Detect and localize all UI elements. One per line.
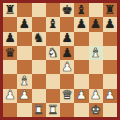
square-g1[interactable]: ♚	[89, 103, 103, 117]
square-e6[interactable]: ♟	[60, 32, 74, 46]
square-d1[interactable]: ♜	[46, 103, 60, 117]
square-a2[interactable]: ♟	[3, 89, 17, 103]
square-h2[interactable]: ♟	[103, 89, 117, 103]
square-d8[interactable]	[46, 3, 60, 17]
white-pawn: ♟	[76, 89, 87, 102]
square-f8[interactable]: ♝	[74, 3, 88, 17]
square-g4[interactable]	[89, 60, 103, 74]
chess-board: ♜♚♝♜♟♝♟♟♟♟♞♟♛♞♟♝♟♝♟♟♛♟♟♟♜♜♚	[3, 3, 117, 117]
square-b4[interactable]	[17, 60, 31, 74]
square-h6[interactable]	[103, 32, 117, 46]
square-d4[interactable]	[46, 60, 60, 74]
square-f2[interactable]: ♟	[74, 89, 88, 103]
white-pawn: ♟	[62, 60, 73, 73]
square-e3[interactable]	[60, 74, 74, 88]
white-rook: ♜	[33, 103, 44, 116]
square-h8[interactable]: ♜	[103, 3, 117, 17]
black-pawn: ♟	[19, 18, 30, 31]
square-c3[interactable]	[32, 74, 46, 88]
black-knight: ♞	[33, 32, 44, 45]
square-c1[interactable]: ♜	[32, 103, 46, 117]
white-pawn: ♟	[90, 89, 101, 102]
square-c5[interactable]	[32, 46, 46, 60]
square-g5[interactable]: ♝	[89, 46, 103, 60]
square-d2[interactable]	[46, 89, 60, 103]
square-e1[interactable]	[60, 103, 74, 117]
square-a6[interactable]: ♟	[3, 32, 17, 46]
square-g2[interactable]: ♟	[89, 89, 103, 103]
square-b5[interactable]	[17, 46, 31, 60]
square-b7[interactable]: ♟	[17, 17, 31, 31]
square-g3[interactable]	[89, 74, 103, 88]
square-c2[interactable]	[32, 89, 46, 103]
black-pawn: ♟	[76, 18, 87, 31]
chess-app: ♜♚♝♜♟♝♟♟♟♟♞♟♛♞♟♝♟♝♟♟♛♟♟♟♜♜♚	[0, 0, 120, 120]
square-h4[interactable]	[103, 60, 117, 74]
square-a5[interactable]: ♛	[3, 46, 17, 60]
square-g7[interactable]: ♟	[89, 17, 103, 31]
black-bishop: ♝	[47, 18, 58, 31]
square-g8[interactable]	[89, 3, 103, 17]
square-d6[interactable]	[46, 32, 60, 46]
square-e7[interactable]	[60, 17, 74, 31]
square-e2[interactable]: ♛	[60, 89, 74, 103]
square-b2[interactable]: ♟	[17, 89, 31, 103]
black-pawn: ♟	[62, 32, 73, 45]
square-f6[interactable]	[74, 32, 88, 46]
square-f5[interactable]	[74, 46, 88, 60]
square-f7[interactable]: ♟	[74, 17, 88, 31]
white-queen: ♛	[62, 89, 73, 102]
square-g6[interactable]	[89, 32, 103, 46]
square-h5[interactable]	[103, 46, 117, 60]
square-c8[interactable]	[32, 3, 46, 17]
black-pawn: ♟	[5, 32, 16, 45]
square-h7[interactable]: ♟	[103, 17, 117, 31]
black-bishop: ♝	[76, 3, 87, 16]
square-f1[interactable]	[74, 103, 88, 117]
black-queen: ♛	[5, 46, 16, 59]
square-a3[interactable]	[3, 74, 17, 88]
square-b3[interactable]: ♝	[17, 74, 31, 88]
square-e4[interactable]: ♟	[60, 60, 74, 74]
black-king: ♚	[62, 3, 73, 16]
square-h3[interactable]	[103, 74, 117, 88]
square-h1[interactable]	[103, 103, 117, 117]
square-a7[interactable]	[3, 17, 17, 31]
board-border: ♜♚♝♜♟♝♟♟♟♟♞♟♛♞♟♝♟♝♟♟♛♟♟♟♜♜♚	[0, 0, 120, 120]
white-pawn: ♟	[19, 89, 30, 102]
square-e5[interactable]: ♟	[60, 46, 74, 60]
square-c7[interactable]	[32, 17, 46, 31]
square-a1[interactable]	[3, 103, 17, 117]
white-king: ♚	[90, 103, 101, 116]
square-b1[interactable]	[17, 103, 31, 117]
white-bishop: ♝	[90, 46, 101, 59]
square-e8[interactable]: ♚	[60, 3, 74, 17]
black-pawn: ♟	[90, 18, 101, 31]
black-rook: ♜	[104, 3, 115, 16]
square-b8[interactable]	[17, 3, 31, 17]
square-c4[interactable]	[32, 60, 46, 74]
square-a8[interactable]: ♜	[3, 3, 17, 17]
white-pawn: ♟	[104, 89, 115, 102]
square-b6[interactable]	[17, 32, 31, 46]
square-d7[interactable]: ♝	[46, 17, 60, 31]
square-d5[interactable]: ♞	[46, 46, 60, 60]
white-pawn: ♟	[5, 89, 16, 102]
black-pawn: ♟	[104, 18, 115, 31]
white-rook: ♜	[47, 103, 58, 116]
square-f3[interactable]	[74, 74, 88, 88]
square-f4[interactable]	[74, 60, 88, 74]
square-a4[interactable]	[3, 60, 17, 74]
black-rook: ♜	[5, 3, 16, 16]
white-bishop: ♝	[19, 75, 30, 88]
square-c6[interactable]: ♞	[32, 32, 46, 46]
white-knight: ♞	[47, 46, 58, 59]
square-d3[interactable]	[46, 74, 60, 88]
black-pawn: ♟	[62, 46, 73, 59]
